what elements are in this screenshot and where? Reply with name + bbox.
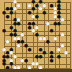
intersection[interactable]: ● [53, 37, 57, 41]
intersection[interactable]: ● [42, 4, 46, 8]
intersection[interactable]: ● [42, 11, 46, 15]
intersection[interactable]: ● [42, 51, 46, 55]
black-stone: ● [31, 7, 35, 11]
intersection[interactable]: ● [61, 18, 65, 22]
white-stone: ● [13, 55, 17, 59]
white-stone: ● [60, 44, 64, 48]
black-stone: ● [17, 22, 21, 26]
intersection[interactable]: ● [6, 40, 10, 44]
intersection[interactable]: ● [31, 7, 35, 11]
board-edge-shadow [0, 69, 72, 72]
go-board[interactable]: ●●●●●●●●●●●●●●●●●●●●●●●●●●●●●●●●●●●●●●●●… [0, 0, 72, 72]
intersection[interactable]: ● [50, 59, 54, 63]
intersection[interactable]: ● [39, 55, 43, 59]
intersection[interactable]: ● [35, 15, 39, 19]
intersection[interactable]: ● [61, 44, 65, 48]
white-stone: ● [60, 33, 64, 37]
black-stone: ● [9, 11, 13, 15]
white-stone: ● [46, 22, 50, 26]
white-stone: ● [35, 26, 39, 30]
intersection[interactable]: ● [57, 55, 61, 59]
white-stone: ● [64, 51, 68, 55]
intersection[interactable]: ● [35, 26, 39, 30]
black-stone: ● [49, 29, 53, 33]
intersection[interactable]: ● [57, 22, 61, 26]
intersection[interactable]: ● [50, 29, 54, 33]
intersection[interactable]: ● [64, 51, 68, 55]
black-stone: ● [35, 15, 39, 19]
white-stone: ● [60, 18, 64, 22]
intersection[interactable]: ● [46, 22, 50, 26]
intersection[interactable]: ● [24, 59, 28, 63]
white-stone: ● [17, 4, 21, 8]
intersection[interactable]: ● [61, 33, 65, 37]
black-stone: ● [24, 59, 28, 63]
black-stone: ● [57, 22, 61, 26]
white-stone: ● [53, 37, 57, 41]
black-stone: ● [57, 55, 61, 59]
white-stone: ● [6, 40, 10, 44]
intersection[interactable]: ● [13, 55, 17, 59]
white-stone: ● [20, 33, 24, 37]
black-stone: ● [42, 11, 46, 15]
intersection[interactable]: ● [13, 7, 17, 11]
white-stone: ● [13, 7, 17, 11]
intersection[interactable]: ● [20, 33, 24, 37]
white-stone: ● [42, 4, 46, 8]
black-stone: ● [6, 15, 10, 19]
intersection[interactable]: ● [46, 40, 50, 44]
black-stone: ● [46, 40, 50, 44]
intersection[interactable]: ● [2, 29, 6, 33]
black-stone: ● [28, 48, 32, 52]
intersections-grid[interactable]: ●●●●●●●●●●●●●●●●●●●●●●●●●●●●●●●●●●●●●●●●… [2, 0, 71, 69]
black-stone: ● [42, 51, 46, 55]
intersection[interactable]: ● [17, 22, 21, 26]
black-stone: ● [39, 55, 43, 59]
intersection[interactable]: ● [17, 4, 21, 8]
intersection[interactable]: ● [17, 44, 21, 48]
intersection[interactable]: ● [9, 11, 13, 15]
white-stone: ● [17, 44, 21, 48]
black-stone: ● [49, 59, 53, 63]
intersection[interactable]: ● [57, 48, 61, 52]
black-stone: ● [2, 29, 6, 33]
intersection[interactable]: ● [28, 48, 32, 52]
white-stone: ● [57, 48, 61, 52]
intersection[interactable]: ● [6, 15, 10, 19]
